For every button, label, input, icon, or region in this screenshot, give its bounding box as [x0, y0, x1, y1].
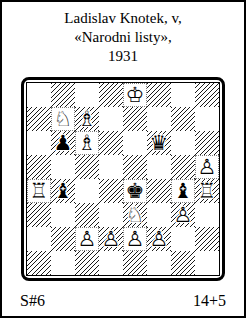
board-inner-frame: ♚♔♞♘♝♗♟♝♗♛♟♙♜♖♝♚♝♜♖♞♘♟♙♟♙♟♙♟♙♟♙ — [26, 82, 220, 276]
white-pawn: ♙ — [147, 227, 171, 251]
white-pawn: ♙ — [195, 155, 219, 179]
black-king: ♚ — [123, 179, 147, 203]
square-f8 — [147, 83, 171, 107]
white-pawn: ♙ — [99, 227, 123, 251]
black-queen: ♛ — [147, 131, 171, 155]
stipulation-label: S#6 — [20, 292, 45, 310]
square-g8 — [171, 83, 195, 107]
square-f3 — [147, 203, 171, 227]
white-king: ♔ — [123, 83, 147, 107]
square-c8 — [75, 83, 99, 107]
square-f2: ♟♙ — [147, 227, 171, 251]
square-a8 — [27, 83, 51, 107]
board-grid: ♚♔♞♘♝♗♟♝♗♛♟♙♜♖♝♚♝♜♖♞♘♟♙♟♙♟♙♟♙♟♙ — [27, 83, 219, 275]
square-e3: ♞♘ — [123, 203, 147, 227]
square-g5 — [171, 155, 195, 179]
white-rook: ♖ — [27, 179, 51, 203]
square-a4: ♜♖ — [27, 179, 51, 203]
square-b4: ♝ — [51, 179, 75, 203]
square-e1 — [123, 251, 147, 275]
square-h5: ♟♙ — [195, 155, 219, 179]
square-g7 — [171, 107, 195, 131]
square-g1 — [171, 251, 195, 275]
square-a6 — [27, 131, 51, 155]
square-d2: ♟♙ — [99, 227, 123, 251]
caption-row: S#6 14+5 — [20, 292, 226, 310]
square-h3 — [195, 203, 219, 227]
white-pawn: ♙ — [123, 227, 147, 251]
square-c6: ♝♗ — [75, 131, 99, 155]
square-d3 — [99, 203, 123, 227]
board-outer-frame: ♚♔♞♘♝♗♟♝♗♛♟♙♜♖♝♚♝♜♖♞♘♟♙♟♙♟♙♟♙♟♙ — [21, 77, 225, 281]
square-d7 — [99, 107, 123, 131]
square-c3 — [75, 203, 99, 227]
square-b5 — [51, 155, 75, 179]
square-d4 — [99, 179, 123, 203]
square-e5 — [123, 155, 147, 179]
square-h8 — [195, 83, 219, 107]
square-f5 — [147, 155, 171, 179]
square-h1 — [195, 251, 219, 275]
square-d5 — [99, 155, 123, 179]
square-b3 — [51, 203, 75, 227]
square-f6: ♛ — [147, 131, 171, 155]
square-d6 — [99, 131, 123, 155]
chess-board: ♚♔♞♘♝♗♟♝♗♛♟♙♜♖♝♚♝♜♖♞♘♟♙♟♙♟♙♟♙♟♙ — [21, 77, 225, 281]
square-e4: ♚ — [123, 179, 147, 203]
square-c1 — [75, 251, 99, 275]
square-a5 — [27, 155, 51, 179]
material-count-label: 14+5 — [193, 292, 226, 310]
square-h2 — [195, 227, 219, 251]
problem-header: Ladislav Knotek, v, «Narodni listy», 193… — [2, 9, 244, 66]
square-g6 — [171, 131, 195, 155]
white-pawn: ♙ — [171, 203, 195, 227]
year-line: 1931 — [2, 47, 244, 66]
white-bishop: ♗ — [75, 131, 99, 155]
square-a3 — [27, 203, 51, 227]
black-bishop: ♝ — [171, 179, 195, 203]
square-c2: ♟♙ — [75, 227, 99, 251]
square-f1 — [147, 251, 171, 275]
square-f4 — [147, 179, 171, 203]
author-line: Ladislav Knotek, v, — [2, 9, 244, 28]
square-g4: ♝ — [171, 179, 195, 203]
square-b7: ♞♘ — [51, 107, 75, 131]
square-e2: ♟♙ — [123, 227, 147, 251]
white-knight: ♘ — [123, 203, 147, 227]
square-b1 — [51, 251, 75, 275]
white-bishop: ♗ — [75, 107, 99, 131]
square-c7: ♝♗ — [75, 107, 99, 131]
square-d1 — [99, 251, 123, 275]
square-a2 — [27, 227, 51, 251]
white-rook: ♖ — [195, 179, 219, 203]
square-b8 — [51, 83, 75, 107]
square-e7 — [123, 107, 147, 131]
square-e8: ♚♔ — [123, 83, 147, 107]
square-b2 — [51, 227, 75, 251]
square-c5 — [75, 155, 99, 179]
square-g3: ♟♙ — [171, 203, 195, 227]
square-c4 — [75, 179, 99, 203]
square-h4: ♜♖ — [195, 179, 219, 203]
square-b6: ♟ — [51, 131, 75, 155]
square-a1 — [27, 251, 51, 275]
square-d8 — [99, 83, 123, 107]
square-a7 — [27, 107, 51, 131]
square-h7 — [195, 107, 219, 131]
square-g2 — [171, 227, 195, 251]
white-pawn: ♙ — [75, 227, 99, 251]
square-e6 — [123, 131, 147, 155]
square-f7 — [147, 107, 171, 131]
square-h6 — [195, 131, 219, 155]
black-pawn: ♟ — [51, 131, 75, 155]
black-bishop: ♝ — [51, 179, 75, 203]
white-knight: ♘ — [51, 107, 75, 131]
source-line: «Narodni listy», — [2, 28, 244, 47]
